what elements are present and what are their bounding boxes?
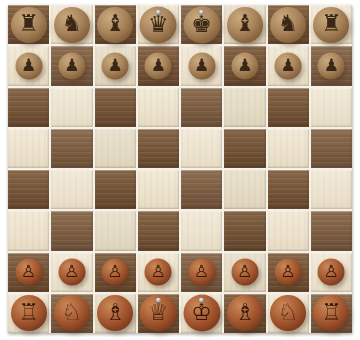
white-pawn-glyph: ♙ [64, 263, 79, 280]
white-king-glyph: ♔ [191, 301, 212, 324]
piece-white-pawn: ♙ [188, 259, 215, 286]
square-f8[interactable]: ♝ [224, 5, 265, 44]
square-e8[interactable]: ♚ [181, 5, 222, 44]
square-e2[interactable]: ♙ [181, 253, 222, 292]
black-bishop-glyph: ♝ [235, 12, 256, 35]
square-d4[interactable] [138, 170, 179, 209]
piece-white-rook: ♖ [11, 295, 47, 331]
black-pawn-glyph: ♟ [194, 56, 209, 73]
square-g8[interactable]: ♞ [268, 5, 309, 44]
chess-photo-canvas: ♜♞♝♛♚♝♞♜♟♟♟♟♟♟♟♟♙♙♙♙♙♙♙♙♖♘♗♕♔♗♘♖ [0, 0, 360, 340]
square-f7[interactable]: ♟ [224, 46, 265, 85]
square-g4[interactable] [268, 170, 309, 209]
square-d5[interactable] [138, 129, 179, 168]
white-pawn-glyph: ♙ [324, 263, 339, 280]
piece-black-pawn: ♟ [275, 52, 302, 79]
piece-white-pawn: ♙ [102, 259, 129, 286]
square-g3[interactable] [268, 211, 309, 250]
piece-black-pawn: ♟ [231, 52, 258, 79]
piece-black-pawn: ♟ [318, 52, 345, 79]
square-h6[interactable] [311, 88, 352, 127]
square-d6[interactable] [138, 88, 179, 127]
black-pawn-glyph: ♟ [324, 56, 339, 73]
square-e6[interactable] [181, 88, 222, 127]
white-knight-glyph: ♘ [62, 301, 83, 324]
piece-black-rook: ♜ [313, 7, 349, 43]
piece-white-bishop: ♗ [97, 295, 133, 331]
piece-white-bishop: ♗ [227, 295, 263, 331]
square-b8[interactable]: ♞ [51, 5, 92, 44]
white-queen-glyph: ♕ [148, 301, 169, 324]
square-c4[interactable] [95, 170, 136, 209]
square-g2[interactable]: ♙ [268, 253, 309, 292]
square-g1[interactable]: ♘ [268, 294, 309, 333]
square-c6[interactable] [95, 88, 136, 127]
square-a7[interactable]: ♟ [8, 46, 49, 85]
square-f3[interactable] [224, 211, 265, 250]
square-h2[interactable]: ♙ [311, 253, 352, 292]
square-d3[interactable] [138, 211, 179, 250]
piece-black-knight: ♞ [54, 7, 90, 43]
square-c3[interactable] [95, 211, 136, 250]
piece-black-bishop: ♝ [227, 7, 263, 43]
black-pawn-glyph: ♟ [151, 56, 166, 73]
black-knight-glyph: ♞ [62, 12, 83, 35]
square-h3[interactable] [311, 211, 352, 250]
square-b2[interactable]: ♙ [51, 253, 92, 292]
square-f1[interactable]: ♗ [224, 294, 265, 333]
white-pawn-glyph: ♙ [194, 263, 209, 280]
white-pawn-glyph: ♙ [151, 263, 166, 280]
piece-black-rook: ♜ [11, 7, 47, 43]
piece-black-knight: ♞ [270, 7, 306, 43]
square-f4[interactable] [224, 170, 265, 209]
piece-black-pawn: ♟ [15, 52, 42, 79]
square-c1[interactable]: ♗ [95, 294, 136, 333]
white-pawn-glyph: ♙ [108, 263, 123, 280]
white-rook-glyph: ♖ [18, 301, 39, 324]
square-c7[interactable]: ♟ [95, 46, 136, 85]
square-b5[interactable] [51, 129, 92, 168]
piece-black-pawn: ♟ [188, 52, 215, 79]
piece-white-rook: ♖ [313, 295, 349, 331]
square-h1[interactable]: ♖ [311, 294, 352, 333]
square-g7[interactable]: ♟ [268, 46, 309, 85]
square-g5[interactable] [268, 129, 309, 168]
square-h4[interactable] [311, 170, 352, 209]
square-e3[interactable] [181, 211, 222, 250]
white-knight-glyph: ♘ [278, 301, 299, 324]
square-f5[interactable] [224, 129, 265, 168]
piece-white-pawn: ♙ [58, 259, 85, 286]
piece-white-pawn: ♙ [275, 259, 302, 286]
square-a4[interactable] [8, 170, 49, 209]
piece-white-knight: ♘ [270, 295, 306, 331]
white-pawn-glyph: ♙ [237, 263, 252, 280]
square-c8[interactable]: ♝ [95, 5, 136, 44]
square-d1[interactable]: ♕ [138, 294, 179, 333]
square-h7[interactable]: ♟ [311, 46, 352, 85]
square-h8[interactable]: ♜ [311, 5, 352, 44]
piece-black-king: ♚ [183, 6, 220, 43]
square-e4[interactable] [181, 170, 222, 209]
white-bishop-glyph: ♗ [105, 301, 126, 324]
piece-black-bishop: ♝ [97, 7, 133, 43]
square-e7[interactable]: ♟ [181, 46, 222, 85]
square-a3[interactable] [8, 211, 49, 250]
piece-white-king: ♔ [183, 295, 220, 332]
piece-white-knight: ♘ [54, 295, 90, 331]
black-pawn-glyph: ♟ [237, 56, 252, 73]
black-bishop-glyph: ♝ [105, 12, 126, 35]
square-g6[interactable] [268, 88, 309, 127]
white-rook-glyph: ♖ [321, 301, 342, 324]
piece-white-pawn: ♙ [145, 259, 172, 286]
white-bishop-glyph: ♗ [235, 301, 256, 324]
black-pawn-glyph: ♟ [108, 56, 123, 73]
square-e1[interactable]: ♔ [181, 294, 222, 333]
black-rook-glyph: ♜ [18, 12, 39, 35]
square-b7[interactable]: ♟ [51, 46, 92, 85]
square-c2[interactable]: ♙ [95, 253, 136, 292]
square-b1[interactable]: ♘ [51, 294, 92, 333]
square-b6[interactable] [51, 88, 92, 127]
piece-black-pawn: ♟ [145, 52, 172, 79]
piece-black-queen: ♛ [140, 6, 177, 43]
square-b4[interactable] [51, 170, 92, 209]
white-pawn-glyph: ♙ [281, 263, 296, 280]
square-e5[interactable] [181, 129, 222, 168]
square-a5[interactable] [8, 129, 49, 168]
square-a2[interactable]: ♙ [8, 253, 49, 292]
square-d7[interactable]: ♟ [138, 46, 179, 85]
black-pawn-glyph: ♟ [21, 56, 36, 73]
square-a1[interactable]: ♖ [8, 294, 49, 333]
piece-white-pawn: ♙ [15, 259, 42, 286]
black-rook-glyph: ♜ [321, 12, 342, 35]
square-d8[interactable]: ♛ [138, 5, 179, 44]
chess-board: ♜♞♝♛♚♝♞♜♟♟♟♟♟♟♟♟♙♙♙♙♙♙♙♙♖♘♗♕♔♗♘♖ [8, 5, 352, 333]
piece-black-pawn: ♟ [102, 52, 129, 79]
square-c5[interactable] [95, 129, 136, 168]
piece-black-pawn: ♟ [58, 52, 85, 79]
square-f6[interactable] [224, 88, 265, 127]
black-pawn-glyph: ♟ [64, 56, 79, 73]
black-pawn-glyph: ♟ [281, 56, 296, 73]
black-knight-glyph: ♞ [278, 12, 299, 35]
piece-white-pawn: ♙ [231, 259, 258, 286]
square-h5[interactable] [311, 129, 352, 168]
square-b3[interactable] [51, 211, 92, 250]
black-queen-glyph: ♛ [148, 12, 169, 35]
white-pawn-glyph: ♙ [21, 263, 36, 280]
square-f2[interactable]: ♙ [224, 253, 265, 292]
square-d2[interactable]: ♙ [138, 253, 179, 292]
black-king-glyph: ♚ [191, 12, 212, 35]
square-a6[interactable] [8, 88, 49, 127]
piece-white-pawn: ♙ [318, 259, 345, 286]
square-a8[interactable]: ♜ [8, 5, 49, 44]
piece-white-queen: ♕ [140, 295, 177, 332]
